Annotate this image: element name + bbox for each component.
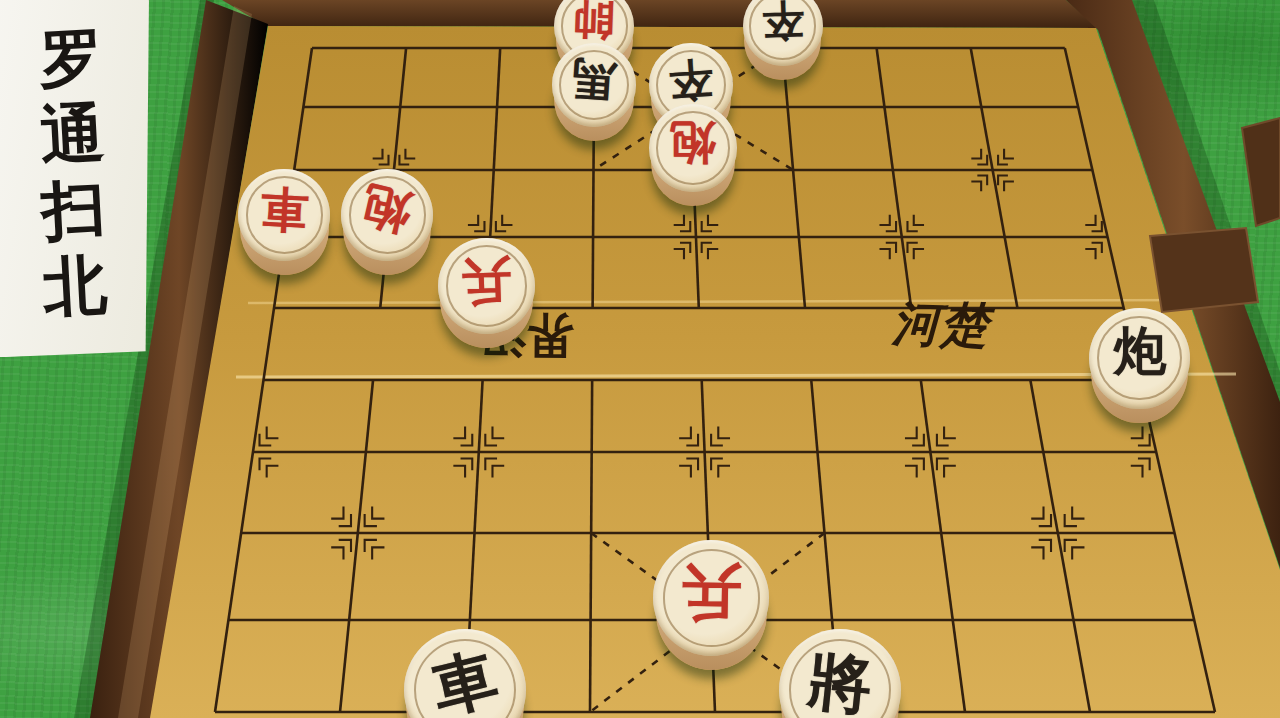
piece-red-soldier-b[interactable]: 兵 xyxy=(653,540,769,668)
piece-face: 兵 xyxy=(653,540,769,656)
piece-face: 車 xyxy=(404,629,526,718)
piece-red-cannon-b[interactable]: 炮 xyxy=(341,169,433,273)
piece-red-soldier-a[interactable]: 兵 xyxy=(438,238,534,346)
piece-character: 兵 xyxy=(652,539,770,645)
piece-character: 將 xyxy=(774,623,907,718)
piece-character: 車 xyxy=(236,167,332,252)
piece-character: 炮 xyxy=(649,104,737,180)
calligraphy-char: 通 xyxy=(38,94,106,173)
hinge-block-upper xyxy=(1242,118,1280,226)
river-label-chuhe: 河楚 xyxy=(801,288,1079,361)
piece-black-general[interactable]: 將 xyxy=(779,629,901,718)
piece-black-cannon[interactable]: 炮 xyxy=(1089,308,1190,421)
piece-face: 車 xyxy=(238,169,330,261)
piece-face: 炮 xyxy=(341,169,433,261)
piece-face: 馬 xyxy=(552,43,636,127)
piece-red-chariot[interactable]: 車 xyxy=(238,169,330,273)
piece-face: 炮 xyxy=(649,104,737,192)
piece-red-cannon-a[interactable]: 炮 xyxy=(649,104,737,204)
calligraphy-char: 罗 xyxy=(37,18,105,97)
piece-character: 卒 xyxy=(741,0,823,55)
calligraphy-char: 扫 xyxy=(40,170,108,249)
river-text-right: 河楚 xyxy=(891,292,989,358)
piece-black-horse[interactable]: 馬 xyxy=(552,43,636,139)
piece-face: 炮 xyxy=(1089,308,1190,409)
piece-black-soldier-a[interactable]: 卒 xyxy=(743,0,823,78)
piece-character: 炮 xyxy=(1089,308,1190,397)
piece-face: 將 xyxy=(779,629,901,718)
piece-character: 兵 xyxy=(437,236,536,324)
piece-black-chariot[interactable]: 車 xyxy=(404,629,526,718)
calligraphy-char: 北 xyxy=(41,246,109,325)
piece-face: 兵 xyxy=(438,238,534,334)
table-photo: 界汉 河楚 罗通扫北 帥卒馬卒炮車炮兵炮兵車將 xyxy=(0,0,1280,718)
frame-rail-top xyxy=(222,0,1098,28)
hinge-block-lower xyxy=(1150,228,1258,312)
piece-character: 馬 xyxy=(550,40,639,117)
piece-character: 車 xyxy=(393,616,538,718)
calligraphy-paper: 罗通扫北 xyxy=(0,0,155,357)
